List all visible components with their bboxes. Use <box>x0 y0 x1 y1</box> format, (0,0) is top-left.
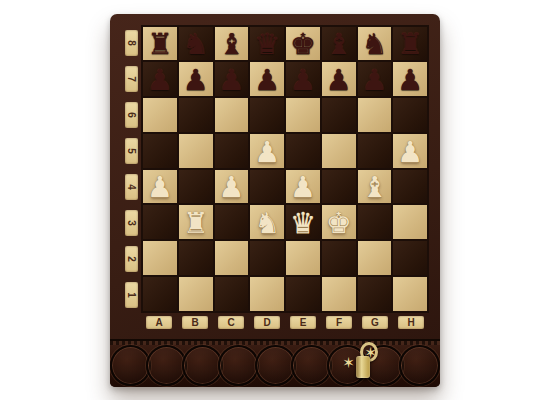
frame-corner <box>121 313 141 333</box>
file-label-f: F <box>321 313 357 333</box>
square-g1 <box>358 277 392 311</box>
square-b6 <box>179 98 213 132</box>
black-pawn: ♟ <box>290 66 316 95</box>
black-pawn: ♟ <box>183 66 209 95</box>
square-e4: ♟ <box>286 170 320 204</box>
black-king: ♚ <box>290 30 316 59</box>
square-d8: ♛ <box>250 27 284 61</box>
square-c2 <box>215 241 249 275</box>
white-pawn: ♟ <box>218 173 244 202</box>
square-f1 <box>322 277 356 311</box>
black-pawn: ♟ <box>397 66 423 95</box>
square-g3 <box>358 205 392 239</box>
square-f6 <box>322 98 356 132</box>
square-a6 <box>143 98 177 132</box>
square-g5 <box>358 134 392 168</box>
square-b7: ♟ <box>179 62 213 96</box>
square-a3 <box>143 205 177 239</box>
black-rook: ♜ <box>147 30 173 59</box>
square-e2 <box>286 241 320 275</box>
white-king: ♚ <box>326 209 352 238</box>
black-pawn: ♟ <box>218 66 244 95</box>
square-b3: ♜ <box>179 205 213 239</box>
white-knight: ♞ <box>254 209 280 238</box>
rank-label-6: 6 <box>121 97 141 133</box>
white-pawn: ♟ <box>254 138 280 167</box>
square-c3 <box>215 205 249 239</box>
black-knight: ♞ <box>361 30 387 59</box>
black-pawn: ♟ <box>254 66 280 95</box>
square-e3: ♛ <box>286 205 320 239</box>
square-f4 <box>322 170 356 204</box>
chess-box: 87654321 ♜♞♝♛♚♝♞♜♟♟♟♟♟♟♟♟♟♟♟♟♟♝♜♞♛♚ ABCD… <box>110 14 440 387</box>
clasp-hasp-icon <box>356 356 370 378</box>
play-area: 87654321 ♜♞♝♛♚♝♞♜♟♟♟♟♟♟♟♟♟♟♟♟♟♝♜♞♛♚ ABCD… <box>121 25 429 333</box>
square-h3 <box>393 205 427 239</box>
square-h2 <box>393 241 427 275</box>
square-g4: ♝ <box>358 170 392 204</box>
square-g2 <box>358 241 392 275</box>
box-front-edge: ✶ ✶ <box>110 339 440 387</box>
square-e6 <box>286 98 320 132</box>
rank-label-3: 3 <box>121 205 141 241</box>
square-g8: ♞ <box>358 27 392 61</box>
square-g7: ♟ <box>358 62 392 96</box>
square-f8: ♝ <box>322 27 356 61</box>
file-label-d: D <box>249 313 285 333</box>
square-h6 <box>393 98 427 132</box>
carved-ring-icon <box>146 345 187 386</box>
board-grid: ♜♞♝♛♚♝♞♜♟♟♟♟♟♟♟♟♟♟♟♟♟♝♜♞♛♚ <box>141 25 429 313</box>
square-b2 <box>179 241 213 275</box>
square-a5 <box>143 134 177 168</box>
square-b4 <box>179 170 213 204</box>
square-h7: ♟ <box>393 62 427 96</box>
rank-label-8: 8 <box>121 25 141 61</box>
black-queen: ♛ <box>254 30 280 59</box>
clasp-star-icon: ✶ <box>342 355 355 370</box>
white-rook: ♜ <box>183 209 209 238</box>
square-b5 <box>179 134 213 168</box>
square-a8: ♜ <box>143 27 177 61</box>
square-e7: ♟ <box>286 62 320 96</box>
file-labels: ABCDEFGH <box>141 313 429 333</box>
square-f7: ♟ <box>322 62 356 96</box>
square-b1 <box>179 277 213 311</box>
carved-ring-icon <box>110 345 151 386</box>
black-bishop: ♝ <box>218 30 244 59</box>
black-pawn: ♟ <box>147 66 173 95</box>
white-queen: ♛ <box>290 209 316 238</box>
square-d5: ♟ <box>250 134 284 168</box>
black-pawn: ♟ <box>326 66 352 95</box>
black-rook: ♜ <box>397 30 423 59</box>
white-pawn: ♟ <box>147 173 173 202</box>
square-h5: ♟ <box>393 134 427 168</box>
rank-label-7: 7 <box>121 61 141 97</box>
rank-label-4: 4 <box>121 169 141 205</box>
carved-ring-icon <box>399 345 440 386</box>
square-b8: ♞ <box>179 27 213 61</box>
square-a7: ♟ <box>143 62 177 96</box>
carved-ticks <box>110 341 440 345</box>
file-label-b: B <box>177 313 213 333</box>
brass-clasp-latch: ✶ ✶ <box>344 343 384 385</box>
carved-ring-icon <box>291 345 332 386</box>
file-label-e: E <box>285 313 321 333</box>
square-c5 <box>215 134 249 168</box>
file-label-c: C <box>213 313 249 333</box>
square-c4: ♟ <box>215 170 249 204</box>
square-d6 <box>250 98 284 132</box>
square-a2 <box>143 241 177 275</box>
photo-background: 87654321 ♜♞♝♛♚♝♞♜♟♟♟♟♟♟♟♟♟♟♟♟♟♝♜♞♛♚ ABCD… <box>0 0 550 400</box>
white-pawn: ♟ <box>290 173 316 202</box>
square-g6 <box>358 98 392 132</box>
square-d7: ♟ <box>250 62 284 96</box>
square-e8: ♚ <box>286 27 320 61</box>
square-a1 <box>143 277 177 311</box>
carved-ring-icon <box>182 345 223 386</box>
file-label-h: H <box>393 313 429 333</box>
rank-label-5: 5 <box>121 133 141 169</box>
square-c1 <box>215 277 249 311</box>
square-f2 <box>322 241 356 275</box>
rank-label-1: 1 <box>121 277 141 313</box>
square-c6 <box>215 98 249 132</box>
rank-label-2: 2 <box>121 241 141 277</box>
square-c7: ♟ <box>215 62 249 96</box>
square-h4 <box>393 170 427 204</box>
file-label-g: G <box>357 313 393 333</box>
square-f3: ♚ <box>322 205 356 239</box>
square-f5 <box>322 134 356 168</box>
black-bishop: ♝ <box>326 30 352 59</box>
square-h1 <box>393 277 427 311</box>
square-d2 <box>250 241 284 275</box>
square-d3: ♞ <box>250 205 284 239</box>
rank-labels: 87654321 <box>121 25 141 313</box>
square-a4: ♟ <box>143 170 177 204</box>
square-d1 <box>250 277 284 311</box>
black-pawn: ♟ <box>361 66 387 95</box>
carved-ring-icon <box>218 345 259 386</box>
white-pawn: ♟ <box>397 138 423 167</box>
carved-circles <box>114 347 436 385</box>
carved-ring-icon <box>255 345 296 386</box>
file-label-a: A <box>141 313 177 333</box>
square-h8: ♜ <box>393 27 427 61</box>
white-bishop: ♝ <box>361 173 387 202</box>
square-c8: ♝ <box>215 27 249 61</box>
square-d4 <box>250 170 284 204</box>
black-knight: ♞ <box>183 30 209 59</box>
square-e1 <box>286 277 320 311</box>
square-e5 <box>286 134 320 168</box>
